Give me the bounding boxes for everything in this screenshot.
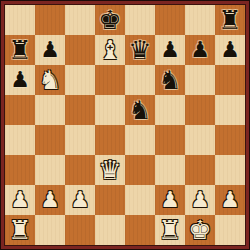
piece-black-rook[interactable]: ♜ xyxy=(215,5,245,35)
piece-black-king[interactable]: ♚ xyxy=(95,5,125,35)
piece-white-pawn[interactable]: ♟ xyxy=(155,185,185,215)
square-g8[interactable] xyxy=(185,5,215,35)
square-c8[interactable] xyxy=(65,5,95,35)
square-g2[interactable]: ♟ xyxy=(185,185,215,215)
chessboard: ♚♜♜♟♝♛♟♟♟♟♞♞♞♛♟♟♟♟♟♟♜♜♚ xyxy=(5,5,245,245)
square-a7[interactable]: ♜ xyxy=(5,35,35,65)
square-c3[interactable] xyxy=(65,155,95,185)
square-f7[interactable]: ♟ xyxy=(155,35,185,65)
square-d1[interactable] xyxy=(95,215,125,245)
piece-white-knight[interactable]: ♞ xyxy=(35,65,65,95)
square-h2[interactable]: ♟ xyxy=(215,185,245,215)
piece-white-queen[interactable]: ♛ xyxy=(95,155,125,185)
piece-white-pawn[interactable]: ♟ xyxy=(65,185,95,215)
square-h1[interactable] xyxy=(215,215,245,245)
square-f1[interactable]: ♜ xyxy=(155,215,185,245)
square-c4[interactable] xyxy=(65,125,95,155)
square-f6[interactable]: ♞ xyxy=(155,65,185,95)
square-b3[interactable] xyxy=(35,155,65,185)
square-b5[interactable] xyxy=(35,95,65,125)
square-g3[interactable] xyxy=(185,155,215,185)
square-b8[interactable] xyxy=(35,5,65,35)
square-d5[interactable] xyxy=(95,95,125,125)
square-d4[interactable] xyxy=(95,125,125,155)
piece-black-queen[interactable]: ♛ xyxy=(125,35,155,65)
square-f2[interactable]: ♟ xyxy=(155,185,185,215)
square-h7[interactable]: ♟ xyxy=(215,35,245,65)
square-d6[interactable] xyxy=(95,65,125,95)
square-e1[interactable] xyxy=(125,215,155,245)
square-e5[interactable]: ♞ xyxy=(125,95,155,125)
square-a8[interactable] xyxy=(5,5,35,35)
square-e2[interactable] xyxy=(125,185,155,215)
piece-white-pawn[interactable]: ♟ xyxy=(35,185,65,215)
square-e7[interactable]: ♛ xyxy=(125,35,155,65)
square-b6[interactable]: ♞ xyxy=(35,65,65,95)
square-d3[interactable]: ♛ xyxy=(95,155,125,185)
piece-white-rook[interactable]: ♜ xyxy=(155,215,185,245)
piece-black-pawn[interactable]: ♟ xyxy=(155,35,185,65)
piece-black-pawn[interactable]: ♟ xyxy=(5,65,35,95)
square-c7[interactable] xyxy=(65,35,95,65)
square-a4[interactable] xyxy=(5,125,35,155)
square-a1[interactable]: ♜ xyxy=(5,215,35,245)
square-f5[interactable] xyxy=(155,95,185,125)
square-h5[interactable] xyxy=(215,95,245,125)
piece-white-rook[interactable]: ♜ xyxy=(5,215,35,245)
square-c5[interactable] xyxy=(65,95,95,125)
piece-black-pawn[interactable]: ♟ xyxy=(215,35,245,65)
square-g5[interactable] xyxy=(185,95,215,125)
square-d8[interactable]: ♚ xyxy=(95,5,125,35)
square-g7[interactable]: ♟ xyxy=(185,35,215,65)
square-e8[interactable] xyxy=(125,5,155,35)
square-f4[interactable] xyxy=(155,125,185,155)
square-b1[interactable] xyxy=(35,215,65,245)
square-h3[interactable] xyxy=(215,155,245,185)
piece-white-pawn[interactable]: ♟ xyxy=(185,185,215,215)
piece-black-pawn[interactable]: ♟ xyxy=(35,35,65,65)
square-c2[interactable]: ♟ xyxy=(65,185,95,215)
square-c6[interactable] xyxy=(65,65,95,95)
square-h8[interactable]: ♜ xyxy=(215,5,245,35)
square-b2[interactable]: ♟ xyxy=(35,185,65,215)
square-c1[interactable] xyxy=(65,215,95,245)
square-a2[interactable]: ♟ xyxy=(5,185,35,215)
square-h4[interactable] xyxy=(215,125,245,155)
square-b7[interactable]: ♟ xyxy=(35,35,65,65)
square-h6[interactable] xyxy=(215,65,245,95)
square-g4[interactable] xyxy=(185,125,215,155)
piece-white-king[interactable]: ♚ xyxy=(185,215,215,245)
piece-black-rook[interactable]: ♜ xyxy=(5,35,35,65)
piece-white-bishop[interactable]: ♝ xyxy=(95,35,125,65)
chessboard-outer-edge: ♚♜♜♟♝♛♟♟♟♟♞♞♞♛♟♟♟♟♟♟♜♜♚ xyxy=(0,0,250,250)
square-a6[interactable]: ♟ xyxy=(5,65,35,95)
chessboard-frame: ♚♜♜♟♝♛♟♟♟♟♞♞♞♛♟♟♟♟♟♟♜♜♚ xyxy=(1,1,249,249)
square-e3[interactable] xyxy=(125,155,155,185)
square-g1[interactable]: ♚ xyxy=(185,215,215,245)
square-f3[interactable] xyxy=(155,155,185,185)
square-a5[interactable] xyxy=(5,95,35,125)
square-a3[interactable] xyxy=(5,155,35,185)
piece-white-pawn[interactable]: ♟ xyxy=(5,185,35,215)
square-f8[interactable] xyxy=(155,5,185,35)
piece-black-knight[interactable]: ♞ xyxy=(125,95,155,125)
square-e4[interactable] xyxy=(125,125,155,155)
piece-white-pawn[interactable]: ♟ xyxy=(215,185,245,215)
square-e6[interactable] xyxy=(125,65,155,95)
square-d7[interactable]: ♝ xyxy=(95,35,125,65)
square-d2[interactable] xyxy=(95,185,125,215)
square-b4[interactable] xyxy=(35,125,65,155)
piece-black-knight[interactable]: ♞ xyxy=(155,65,185,95)
square-g6[interactable] xyxy=(185,65,215,95)
piece-black-pawn[interactable]: ♟ xyxy=(185,35,215,65)
